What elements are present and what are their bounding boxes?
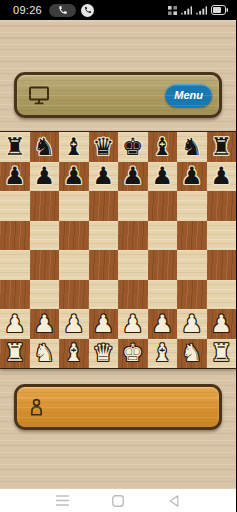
player-panel[interactable] xyxy=(14,384,222,430)
square-g4[interactable] xyxy=(177,250,207,280)
piece-white-pawn: ♟ xyxy=(4,312,26,336)
phone-icon xyxy=(84,6,92,14)
square-e2[interactable]: ♟ xyxy=(118,309,148,339)
square-h6[interactable] xyxy=(207,191,237,221)
square-g1[interactable]: ♞ xyxy=(177,339,207,369)
wood-grain-overlay xyxy=(17,387,219,427)
square-b3[interactable] xyxy=(30,280,60,310)
chess-board-frame: ♜♞♝♛♚♝♞♜♟♟♟♟♟♟♟♟♟♟♟♟♟♟♟♟♜♞♝♛♚♝♞♜ xyxy=(0,131,236,369)
piece-white-queen: ♛ xyxy=(92,341,114,365)
square-a4[interactable] xyxy=(0,250,30,280)
piece-black-pawn: ♟ xyxy=(92,164,114,188)
square-a7[interactable]: ♟ xyxy=(0,162,30,192)
piece-black-knight: ♞ xyxy=(181,135,203,159)
status-bar: 09:26 xyxy=(0,0,236,20)
square-c2[interactable]: ♟ xyxy=(59,309,89,339)
phone-call-pill-icon xyxy=(49,4,76,17)
square-g8[interactable]: ♞ xyxy=(177,132,207,162)
piece-black-pawn: ♟ xyxy=(63,164,85,188)
piece-black-bishop: ♝ xyxy=(151,135,173,159)
square-e6[interactable] xyxy=(118,191,148,221)
square-h3[interactable] xyxy=(207,280,237,310)
piece-black-rook: ♜ xyxy=(210,135,232,159)
square-f4[interactable] xyxy=(148,250,178,280)
piece-white-bishop: ♝ xyxy=(151,341,173,365)
square-d1[interactable]: ♛ xyxy=(89,339,119,369)
square-c8[interactable]: ♝ xyxy=(59,132,89,162)
status-right-icons xyxy=(168,5,228,15)
piece-black-pawn: ♟ xyxy=(122,164,144,188)
menu-button[interactable]: Menu xyxy=(165,84,212,107)
square-c4[interactable] xyxy=(59,250,89,280)
computer-monitor-icon xyxy=(28,85,50,106)
back-icon xyxy=(169,495,179,507)
piece-white-pawn: ♟ xyxy=(122,312,144,336)
piece-white-knight: ♞ xyxy=(181,341,203,365)
square-c5[interactable] xyxy=(59,221,89,251)
square-g3[interactable] xyxy=(177,280,207,310)
square-a2[interactable]: ♟ xyxy=(0,309,30,339)
square-d2[interactable]: ♟ xyxy=(89,309,119,339)
square-b4[interactable] xyxy=(30,250,60,280)
recents-button[interactable] xyxy=(55,494,69,508)
signal-sim1-icon xyxy=(181,5,192,15)
battery-icon xyxy=(211,5,228,15)
mobile-network-icon xyxy=(168,6,177,15)
square-f2[interactable]: ♟ xyxy=(148,309,178,339)
square-e7[interactable]: ♟ xyxy=(118,162,148,192)
piece-white-pawn: ♟ xyxy=(210,312,232,336)
piece-white-pawn: ♟ xyxy=(92,312,114,336)
wood-background: Menu ♜♞♝♛♚♝♞♜♟♟♟♟♟♟♟♟♟♟♟♟♟♟♟♟♜♞♝♛♚♝♞♜ xyxy=(0,20,236,489)
clock-time: 09:26 xyxy=(13,4,42,16)
square-f8[interactable]: ♝ xyxy=(148,132,178,162)
piece-black-pawn: ♟ xyxy=(151,164,173,188)
square-b1[interactable]: ♞ xyxy=(30,339,60,369)
phone-icon xyxy=(58,5,68,15)
square-f3[interactable] xyxy=(148,280,178,310)
piece-black-rook: ♜ xyxy=(4,135,26,159)
chess-board: ♜♞♝♛♚♝♞♜♟♟♟♟♟♟♟♟♟♟♟♟♟♟♟♟♜♞♝♛♚♝♞♜ xyxy=(0,132,236,368)
piece-black-pawn: ♟ xyxy=(4,164,26,188)
square-a3[interactable] xyxy=(0,280,30,310)
square-b5[interactable] xyxy=(30,221,60,251)
square-d4[interactable] xyxy=(89,250,119,280)
square-h4[interactable] xyxy=(207,250,237,280)
square-g7[interactable]: ♟ xyxy=(177,162,207,192)
square-e8[interactable]: ♚ xyxy=(118,132,148,162)
square-e5[interactable] xyxy=(118,221,148,251)
piece-black-knight: ♞ xyxy=(33,135,55,159)
recents-icon xyxy=(56,495,69,506)
square-c3[interactable] xyxy=(59,280,89,310)
square-f1[interactable]: ♝ xyxy=(148,339,178,369)
square-a6[interactable] xyxy=(0,191,30,221)
piece-white-rook: ♜ xyxy=(4,341,26,365)
piece-white-bishop: ♝ xyxy=(63,341,85,365)
square-b2[interactable]: ♟ xyxy=(30,309,60,339)
square-f5[interactable] xyxy=(148,221,178,251)
square-g5[interactable] xyxy=(177,221,207,251)
square-f6[interactable] xyxy=(148,191,178,221)
square-h7[interactable]: ♟ xyxy=(207,162,237,192)
piece-black-pawn: ♟ xyxy=(33,164,55,188)
square-d5[interactable] xyxy=(89,221,119,251)
piece-white-pawn: ♟ xyxy=(181,312,203,336)
piece-white-rook: ♜ xyxy=(210,341,232,365)
square-e3[interactable] xyxy=(118,280,148,310)
square-c1[interactable]: ♝ xyxy=(59,339,89,369)
piece-black-pawn: ♟ xyxy=(210,164,232,188)
square-d7[interactable]: ♟ xyxy=(89,162,119,192)
phone-notification-circle-icon xyxy=(81,4,94,17)
square-h8[interactable]: ♜ xyxy=(207,132,237,162)
square-f7[interactable]: ♟ xyxy=(148,162,178,192)
back-button[interactable] xyxy=(167,494,181,508)
square-b7[interactable]: ♟ xyxy=(30,162,60,192)
home-button[interactable] xyxy=(111,494,125,508)
piece-black-pawn: ♟ xyxy=(181,164,203,188)
piece-black-king: ♚ xyxy=(122,135,144,159)
square-g2[interactable]: ♟ xyxy=(177,309,207,339)
signal-sim2-icon xyxy=(196,5,207,15)
square-d6[interactable] xyxy=(89,191,119,221)
square-e4[interactable] xyxy=(118,250,148,280)
piece-white-pawn: ♟ xyxy=(33,312,55,336)
piece-white-knight: ♞ xyxy=(33,341,55,365)
piece-white-pawn: ♟ xyxy=(151,312,173,336)
square-g6[interactable] xyxy=(177,191,207,221)
square-d8[interactable]: ♛ xyxy=(89,132,119,162)
square-a5[interactable] xyxy=(0,221,30,251)
square-e1[interactable]: ♚ xyxy=(118,339,148,369)
square-d3[interactable] xyxy=(89,280,119,310)
piece-white-pawn: ♟ xyxy=(63,312,85,336)
opponent-panel[interactable]: Menu xyxy=(14,72,222,118)
square-h1[interactable]: ♜ xyxy=(207,339,237,369)
square-b6[interactable] xyxy=(30,191,60,221)
piece-black-bishop: ♝ xyxy=(63,135,85,159)
square-h5[interactable] xyxy=(207,221,237,251)
square-c7[interactable]: ♟ xyxy=(59,162,89,192)
home-icon xyxy=(112,495,124,507)
square-h2[interactable]: ♟ xyxy=(207,309,237,339)
person-icon xyxy=(28,397,45,418)
android-nav-bar xyxy=(0,489,236,512)
piece-white-king: ♚ xyxy=(122,341,144,365)
square-a1[interactable]: ♜ xyxy=(0,339,30,369)
square-c6[interactable] xyxy=(59,191,89,221)
phone-screen: 09:26 xyxy=(0,0,236,512)
square-a8[interactable]: ♜ xyxy=(0,132,30,162)
piece-black-queen: ♛ xyxy=(92,135,114,159)
square-b8[interactable]: ♞ xyxy=(30,132,60,162)
